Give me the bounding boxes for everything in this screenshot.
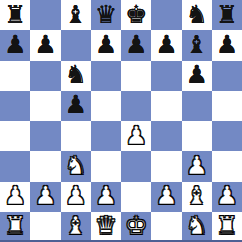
square-d6[interactable] — [91, 61, 121, 91]
square-e8[interactable]: ♚ — [121, 0, 151, 30]
square-d3[interactable] — [91, 151, 121, 181]
square-a5[interactable] — [0, 91, 30, 121]
square-b7[interactable]: ♟ — [30, 30, 60, 60]
square-h4[interactable] — [212, 121, 242, 151]
square-h1[interactable]: ♜ — [212, 212, 242, 242]
piece-black-pawn[interactable]: ♟ — [216, 32, 238, 57]
square-b2[interactable]: ♟ — [30, 182, 60, 212]
square-g3[interactable]: ♟ — [182, 151, 212, 181]
piece-white-pawn[interactable]: ♟ — [216, 183, 238, 208]
piece-black-pawn[interactable]: ♟ — [4, 32, 26, 57]
square-h7[interactable]: ♟ — [212, 30, 242, 60]
square-g5[interactable] — [182, 91, 212, 121]
square-e5[interactable] — [121, 91, 151, 121]
square-a4[interactable] — [0, 121, 30, 151]
square-h2[interactable]: ♟ — [212, 182, 242, 212]
square-h8[interactable]: ♜ — [212, 0, 242, 30]
square-a1[interactable]: ♜ — [0, 212, 30, 242]
piece-white-pawn[interactable]: ♟ — [185, 153, 207, 178]
piece-black-knight[interactable]: ♞ — [64, 62, 86, 87]
square-d2[interactable]: ♟ — [91, 182, 121, 212]
piece-black-pawn[interactable]: ♟ — [95, 32, 117, 57]
square-e2[interactable] — [121, 182, 151, 212]
square-f5[interactable] — [151, 91, 181, 121]
square-f7[interactable]: ♟ — [151, 30, 181, 60]
square-g8[interactable]: ♞ — [182, 0, 212, 30]
square-f3[interactable] — [151, 151, 181, 181]
square-f8[interactable] — [151, 0, 181, 30]
square-e6[interactable] — [121, 61, 151, 91]
piece-black-king[interactable]: ♚ — [125, 2, 147, 27]
square-d1[interactable]: ♛ — [91, 212, 121, 242]
square-g2[interactable]: ♝ — [182, 182, 212, 212]
chess-board-wrap: ♜♝♛♚♞♜♟♟♟♟♟♝♟♞♟♟♟♞♟♟♟♟♟♟♝♟♜♝♛♚♞♜ — [0, 0, 242, 242]
square-b1[interactable] — [30, 212, 60, 242]
square-b3[interactable] — [30, 151, 60, 181]
square-a2[interactable]: ♟ — [0, 182, 30, 212]
square-d8[interactable]: ♛ — [91, 0, 121, 30]
piece-black-pawn[interactable]: ♟ — [125, 32, 147, 57]
square-a3[interactable] — [0, 151, 30, 181]
square-c5[interactable]: ♟ — [61, 91, 91, 121]
square-b6[interactable] — [30, 61, 60, 91]
piece-black-queen[interactable]: ♛ — [95, 2, 117, 27]
square-c8[interactable]: ♝ — [61, 0, 91, 30]
piece-white-pawn[interactable]: ♟ — [95, 183, 117, 208]
square-b8[interactable] — [30, 0, 60, 30]
piece-black-bishop[interactable]: ♝ — [185, 32, 207, 57]
piece-black-pawn[interactable]: ♟ — [34, 32, 56, 57]
square-h3[interactable] — [212, 151, 242, 181]
square-e7[interactable]: ♟ — [121, 30, 151, 60]
square-e4[interactable]: ♟ — [121, 121, 151, 151]
piece-white-king[interactable]: ♚ — [125, 213, 147, 238]
square-c7[interactable] — [61, 30, 91, 60]
piece-white-pawn[interactable]: ♟ — [34, 183, 56, 208]
square-c1[interactable]: ♝ — [61, 212, 91, 242]
chess-board: ♜♝♛♚♞♜♟♟♟♟♟♝♟♞♟♟♟♞♟♟♟♟♟♟♝♟♜♝♛♚♞♜ — [0, 0, 242, 242]
square-e1[interactable]: ♚ — [121, 212, 151, 242]
square-g7[interactable]: ♝ — [182, 30, 212, 60]
piece-white-pawn[interactable]: ♟ — [64, 183, 86, 208]
piece-white-rook[interactable]: ♜ — [216, 213, 238, 238]
square-e3[interactable] — [121, 151, 151, 181]
square-f2[interactable]: ♟ — [151, 182, 181, 212]
square-c6[interactable]: ♞ — [61, 61, 91, 91]
square-c2[interactable]: ♟ — [61, 182, 91, 212]
square-a8[interactable]: ♜ — [0, 0, 30, 30]
square-d5[interactable] — [91, 91, 121, 121]
piece-white-pawn[interactable]: ♟ — [155, 183, 177, 208]
square-g1[interactable]: ♞ — [182, 212, 212, 242]
piece-white-rook[interactable]: ♜ — [4, 213, 26, 238]
square-d7[interactable]: ♟ — [91, 30, 121, 60]
square-f6[interactable] — [151, 61, 181, 91]
square-b4[interactable] — [30, 121, 60, 151]
square-g4[interactable] — [182, 121, 212, 151]
piece-white-pawn[interactable]: ♟ — [125, 123, 147, 148]
piece-black-rook[interactable]: ♜ — [216, 2, 238, 27]
square-c4[interactable] — [61, 121, 91, 151]
piece-black-pawn[interactable]: ♟ — [64, 92, 86, 117]
piece-white-knight[interactable]: ♞ — [64, 153, 86, 178]
square-h6[interactable] — [212, 61, 242, 91]
piece-white-bishop[interactable]: ♝ — [64, 213, 86, 238]
piece-black-pawn[interactable]: ♟ — [185, 62, 207, 87]
square-g6[interactable]: ♟ — [182, 61, 212, 91]
piece-black-pawn[interactable]: ♟ — [155, 32, 177, 57]
square-d4[interactable] — [91, 121, 121, 151]
square-c3[interactable]: ♞ — [61, 151, 91, 181]
piece-white-queen[interactable]: ♛ — [95, 213, 117, 238]
piece-black-bishop[interactable]: ♝ — [64, 2, 86, 27]
piece-black-rook[interactable]: ♜ — [4, 2, 26, 27]
piece-white-bishop[interactable]: ♝ — [185, 183, 207, 208]
piece-white-knight[interactable]: ♞ — [185, 213, 207, 238]
piece-black-knight[interactable]: ♞ — [185, 2, 207, 27]
square-f1[interactable] — [151, 212, 181, 242]
square-a7[interactable]: ♟ — [0, 30, 30, 60]
piece-white-pawn[interactable]: ♟ — [4, 183, 26, 208]
square-h5[interactable] — [212, 91, 242, 121]
square-b5[interactable] — [30, 91, 60, 121]
square-a6[interactable] — [0, 61, 30, 91]
square-f4[interactable] — [151, 121, 181, 151]
